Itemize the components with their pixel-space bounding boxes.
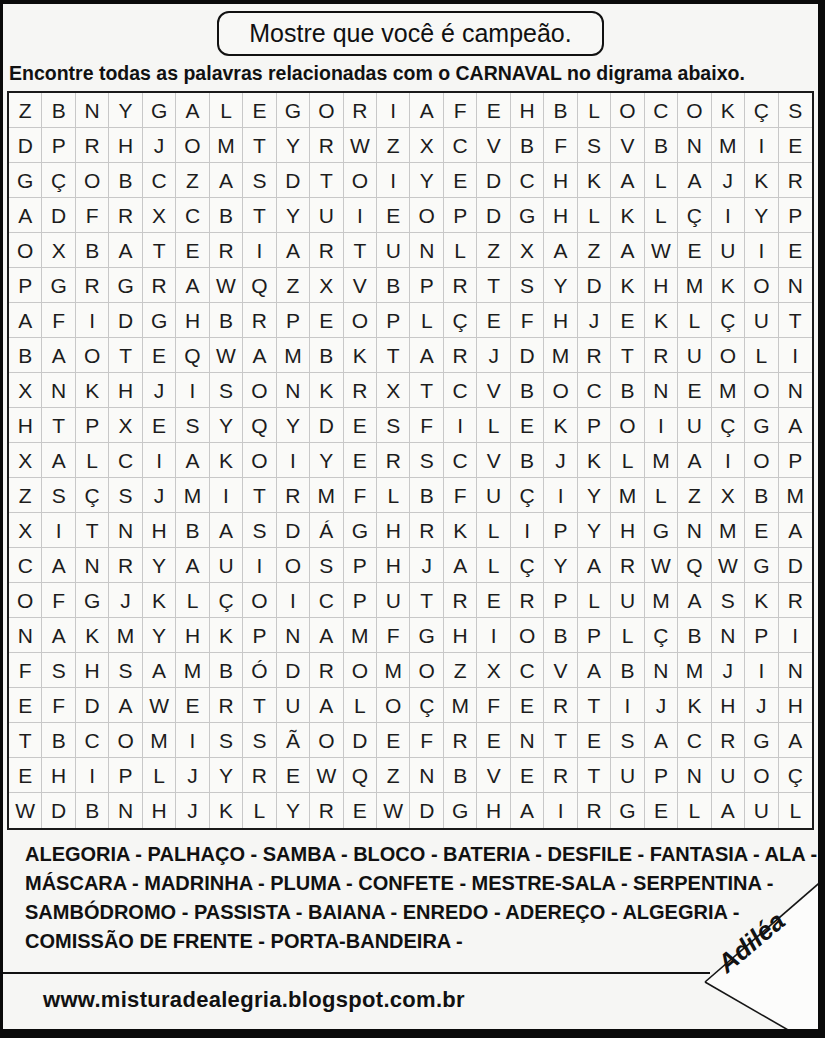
grid-cell[interactable]: A	[578, 548, 611, 583]
grid-cell[interactable]: G	[143, 303, 176, 338]
grid-cell[interactable]: T	[243, 128, 276, 163]
grid-cell[interactable]: J	[712, 163, 745, 198]
grid-cell[interactable]: D	[578, 268, 611, 303]
grid-cell[interactable]: A	[310, 618, 343, 653]
grid-cell[interactable]: R	[344, 373, 377, 408]
grid-cell[interactable]: R	[511, 583, 544, 618]
grid-cell[interactable]: T	[9, 723, 42, 758]
grid-cell[interactable]: H	[42, 758, 75, 793]
grid-cell[interactable]: E	[578, 723, 611, 758]
grid-cell[interactable]: S	[243, 723, 276, 758]
grid-cell[interactable]: K	[712, 93, 745, 128]
grid-cell[interactable]: E	[444, 163, 477, 198]
grid-cell[interactable]: F	[42, 583, 75, 618]
grid-cell[interactable]: I	[42, 513, 75, 548]
grid-cell[interactable]: G	[745, 723, 778, 758]
grid-cell[interactable]: Ã	[277, 723, 310, 758]
grid-cell[interactable]: R	[444, 723, 477, 758]
grid-cell[interactable]: A	[42, 548, 75, 583]
grid-cell[interactable]: X	[310, 268, 343, 303]
grid-cell[interactable]: O	[109, 723, 142, 758]
grid-cell[interactable]: R	[310, 128, 343, 163]
grid-cell[interactable]: H	[477, 793, 510, 828]
grid-cell[interactable]: O	[344, 653, 377, 688]
grid-cell[interactable]: C	[176, 198, 209, 233]
grid-cell[interactable]: R	[779, 583, 812, 618]
grid-cell[interactable]: Z	[377, 758, 410, 793]
grid-cell[interactable]: R	[444, 583, 477, 618]
grid-cell[interactable]: F	[42, 303, 75, 338]
grid-cell[interactable]: I	[544, 478, 577, 513]
grid-cell[interactable]: X	[9, 513, 42, 548]
grid-cell[interactable]: E	[176, 233, 209, 268]
grid-cell[interactable]: V	[544, 653, 577, 688]
grid-cell[interactable]: B	[544, 618, 577, 653]
grid-cell[interactable]: A	[176, 268, 209, 303]
grid-cell[interactable]: S	[578, 128, 611, 163]
grid-cell[interactable]: K	[544, 408, 577, 443]
grid-cell[interactable]: Y	[143, 548, 176, 583]
grid-cell[interactable]: E	[143, 338, 176, 373]
grid-cell[interactable]: F	[477, 688, 510, 723]
grid-cell[interactable]: A	[578, 653, 611, 688]
grid-cell[interactable]: T	[310, 163, 343, 198]
grid-cell[interactable]: A	[42, 443, 75, 478]
grid-cell[interactable]: T	[779, 303, 812, 338]
grid-cell[interactable]: C	[9, 548, 42, 583]
grid-cell[interactable]: E	[477, 303, 510, 338]
grid-cell[interactable]: B	[511, 128, 544, 163]
grid-cell[interactable]: L	[444, 233, 477, 268]
grid-cell[interactable]: B	[42, 93, 75, 128]
grid-cell[interactable]: Y	[544, 548, 577, 583]
grid-cell[interactable]: U	[678, 408, 711, 443]
grid-cell[interactable]: B	[210, 653, 243, 688]
grid-cell[interactable]: L	[477, 408, 510, 443]
grid-cell[interactable]: P	[444, 198, 477, 233]
grid-cell[interactable]: H	[444, 618, 477, 653]
grid-cell[interactable]: T	[42, 408, 75, 443]
grid-cell[interactable]: U	[611, 583, 644, 618]
grid-cell[interactable]: I	[544, 793, 577, 828]
grid-cell[interactable]: A	[779, 723, 812, 758]
grid-cell[interactable]: Ó	[243, 653, 276, 688]
grid-cell[interactable]: D	[76, 688, 109, 723]
grid-cell[interactable]: I	[712, 198, 745, 233]
grid-cell[interactable]: R	[779, 163, 812, 198]
grid-cell[interactable]: Z	[176, 163, 209, 198]
grid-cell[interactable]: E	[377, 198, 410, 233]
grid-cell[interactable]: S	[210, 373, 243, 408]
grid-cell[interactable]: E	[243, 93, 276, 128]
grid-cell[interactable]: C	[143, 163, 176, 198]
grid-cell[interactable]: A	[176, 548, 209, 583]
grid-cell[interactable]: J	[176, 758, 209, 793]
grid-cell[interactable]: K	[745, 583, 778, 618]
grid-cell[interactable]: H	[176, 303, 209, 338]
grid-cell[interactable]: D	[779, 548, 812, 583]
grid-cell[interactable]: P	[377, 303, 410, 338]
grid-cell[interactable]: R	[310, 653, 343, 688]
grid-cell[interactable]: P	[344, 548, 377, 583]
grid-cell[interactable]: E	[511, 688, 544, 723]
grid-cell[interactable]: I	[645, 408, 678, 443]
grid-cell[interactable]: D	[477, 163, 510, 198]
grid-cell[interactable]: O	[611, 93, 644, 128]
grid-cell[interactable]: H	[109, 373, 142, 408]
grid-cell[interactable]: Y	[210, 408, 243, 443]
grid-cell[interactable]: R	[243, 303, 276, 338]
grid-cell[interactable]: D	[42, 793, 75, 828]
grid-cell[interactable]: K	[210, 443, 243, 478]
grid-cell[interactable]: O	[344, 163, 377, 198]
grid-cell[interactable]: T	[76, 513, 109, 548]
grid-cell[interactable]: Ç	[511, 478, 544, 513]
grid-cell[interactable]: H	[377, 513, 410, 548]
grid-cell[interactable]: Z	[277, 268, 310, 303]
grid-cell[interactable]: Q	[243, 268, 276, 303]
grid-cell[interactable]: Y	[210, 758, 243, 793]
grid-cell[interactable]: J	[544, 443, 577, 478]
grid-cell[interactable]: D	[277, 653, 310, 688]
grid-cell[interactable]: M	[176, 478, 209, 513]
grid-cell[interactable]: L	[645, 478, 678, 513]
grid-cell[interactable]: M	[109, 618, 142, 653]
grid-cell[interactable]: I	[243, 548, 276, 583]
grid-cell[interactable]: C	[511, 163, 544, 198]
grid-cell[interactable]: V	[477, 128, 510, 163]
grid-cell[interactable]: I	[477, 618, 510, 653]
grid-cell[interactable]: O	[76, 338, 109, 373]
grid-cell[interactable]: T	[544, 723, 577, 758]
grid-cell[interactable]: U	[477, 478, 510, 513]
grid-cell[interactable]: Q	[243, 408, 276, 443]
grid-cell[interactable]: F	[42, 688, 75, 723]
grid-cell[interactable]: P	[344, 583, 377, 618]
grid-cell[interactable]: T	[243, 478, 276, 513]
grid-cell[interactable]: F	[76, 198, 109, 233]
grid-cell[interactable]: I	[377, 93, 410, 128]
grid-cell[interactable]: X	[377, 373, 410, 408]
grid-cell[interactable]: O	[678, 93, 711, 128]
grid-cell[interactable]: O	[544, 373, 577, 408]
grid-cell[interactable]: Z	[9, 93, 42, 128]
grid-cell[interactable]: L	[210, 93, 243, 128]
grid-cell[interactable]: R	[109, 548, 142, 583]
grid-cell[interactable]: Ç	[444, 303, 477, 338]
grid-cell[interactable]: O	[611, 408, 644, 443]
grid-cell[interactable]: I	[76, 303, 109, 338]
grid-cell[interactable]: K	[578, 163, 611, 198]
grid-cell[interactable]: B	[611, 373, 644, 408]
grid-cell[interactable]: L	[578, 198, 611, 233]
grid-cell[interactable]: L	[645, 198, 678, 233]
grid-cell[interactable]: Ç	[76, 478, 109, 513]
grid-cell[interactable]: Ç	[779, 758, 812, 793]
grid-cell[interactable]: A	[9, 303, 42, 338]
grid-cell[interactable]: I	[611, 688, 644, 723]
grid-cell[interactable]: B	[611, 653, 644, 688]
grid-cell[interactable]: D	[511, 338, 544, 373]
grid-cell[interactable]: P	[544, 583, 577, 618]
grid-cell[interactable]: R	[544, 758, 577, 793]
grid-cell[interactable]: G	[42, 268, 75, 303]
grid-cell[interactable]: G	[645, 513, 678, 548]
grid-cell[interactable]: B	[210, 198, 243, 233]
grid-cell[interactable]: C	[444, 443, 477, 478]
grid-cell[interactable]: G	[511, 198, 544, 233]
grid-cell[interactable]: T	[243, 688, 276, 723]
grid-cell[interactable]: M	[712, 373, 745, 408]
grid-cell[interactable]: E	[477, 723, 510, 758]
grid-cell[interactable]: J	[745, 688, 778, 723]
grid-cell[interactable]: P	[578, 618, 611, 653]
grid-cell[interactable]: E	[344, 443, 377, 478]
grid-cell[interactable]: T	[410, 583, 443, 618]
grid-cell[interactable]: F	[444, 93, 477, 128]
grid-cell[interactable]: Y	[109, 93, 142, 128]
grid-cell[interactable]: B	[678, 618, 711, 653]
grid-cell[interactable]: Ç	[410, 688, 443, 723]
grid-cell[interactable]: S	[210, 723, 243, 758]
grid-cell[interactable]: O	[511, 618, 544, 653]
grid-cell[interactable]: A	[410, 338, 443, 373]
grid-cell[interactable]: N	[76, 548, 109, 583]
grid-cell[interactable]: L	[477, 548, 510, 583]
grid-cell[interactable]: T	[578, 758, 611, 793]
grid-cell[interactable]: A	[678, 443, 711, 478]
grid-cell[interactable]: R	[578, 338, 611, 373]
grid-cell[interactable]: P	[578, 408, 611, 443]
grid-cell[interactable]: Z	[377, 128, 410, 163]
grid-cell[interactable]: I	[779, 338, 812, 373]
grid-cell[interactable]: P	[76, 408, 109, 443]
grid-cell[interactable]: A	[678, 163, 711, 198]
grid-cell[interactable]: R	[645, 338, 678, 373]
grid-cell[interactable]: K	[745, 163, 778, 198]
grid-cell[interactable]: H	[544, 163, 577, 198]
grid-cell[interactable]: P	[109, 758, 142, 793]
grid-cell[interactable]: R	[544, 688, 577, 723]
grid-cell[interactable]: D	[42, 198, 75, 233]
grid-cell[interactable]: A	[645, 723, 678, 758]
grid-cell[interactable]: K	[444, 513, 477, 548]
grid-cell[interactable]: G	[277, 93, 310, 128]
grid-cell[interactable]: O	[243, 373, 276, 408]
grid-cell[interactable]: W	[344, 128, 377, 163]
grid-cell[interactable]: U	[712, 233, 745, 268]
grid-cell[interactable]: R	[109, 198, 142, 233]
grid-cell[interactable]: J	[176, 793, 209, 828]
grid-cell[interactable]: I	[377, 163, 410, 198]
grid-cell[interactable]: D	[477, 198, 510, 233]
grid-cell[interactable]: L	[678, 793, 711, 828]
grid-cell[interactable]: L	[377, 478, 410, 513]
grid-cell[interactable]: E	[745, 513, 778, 548]
grid-cell[interactable]: T	[410, 373, 443, 408]
grid-cell[interactable]: B	[310, 338, 343, 373]
grid-cell[interactable]: O	[745, 268, 778, 303]
grid-cell[interactable]: U	[310, 198, 343, 233]
grid-cell[interactable]: R	[143, 268, 176, 303]
grid-cell[interactable]: Y	[310, 443, 343, 478]
grid-cell[interactable]: X	[410, 128, 443, 163]
grid-cell[interactable]: Y	[277, 198, 310, 233]
grid-cell[interactable]: T	[109, 338, 142, 373]
grid-cell[interactable]: B	[76, 233, 109, 268]
grid-cell[interactable]: J	[143, 128, 176, 163]
grid-cell[interactable]: U	[377, 583, 410, 618]
grid-cell[interactable]: L	[611, 618, 644, 653]
grid-cell[interactable]: A	[9, 198, 42, 233]
grid-cell[interactable]: E	[9, 758, 42, 793]
grid-cell[interactable]: N	[277, 618, 310, 653]
grid-cell[interactable]: E	[477, 583, 510, 618]
grid-cell[interactable]: N	[678, 513, 711, 548]
grid-cell[interactable]: L	[143, 758, 176, 793]
grid-cell[interactable]: E	[611, 303, 644, 338]
grid-cell[interactable]: F	[377, 618, 410, 653]
grid-cell[interactable]: S	[611, 723, 644, 758]
grid-cell[interactable]: L	[745, 338, 778, 373]
grid-cell[interactable]: D	[277, 513, 310, 548]
grid-cell[interactable]: I	[210, 478, 243, 513]
grid-cell[interactable]: N	[109, 793, 142, 828]
grid-cell[interactable]: S	[176, 408, 209, 443]
grid-cell[interactable]: Ç	[645, 618, 678, 653]
grid-cell[interactable]: S	[511, 268, 544, 303]
grid-cell[interactable]: U	[712, 758, 745, 793]
grid-cell[interactable]: A	[143, 653, 176, 688]
grid-cell[interactable]: O	[745, 373, 778, 408]
grid-cell[interactable]: K	[143, 583, 176, 618]
grid-cell[interactable]: J	[143, 478, 176, 513]
grid-cell[interactable]: O	[9, 583, 42, 618]
grid-cell[interactable]: H	[9, 408, 42, 443]
grid-cell[interactable]: P	[645, 758, 678, 793]
grid-cell[interactable]: L	[779, 793, 812, 828]
grid-cell[interactable]: E	[511, 758, 544, 793]
grid-cell[interactable]: T	[578, 688, 611, 723]
grid-cell[interactable]: C	[444, 128, 477, 163]
grid-cell[interactable]: H	[611, 513, 644, 548]
grid-cell[interactable]: U	[745, 793, 778, 828]
grid-cell[interactable]: N	[779, 373, 812, 408]
grid-cell[interactable]: I	[779, 618, 812, 653]
grid-cell[interactable]: Ç	[745, 93, 778, 128]
grid-cell[interactable]: P	[779, 198, 812, 233]
grid-cell[interactable]: K	[611, 198, 644, 233]
grid-cell[interactable]: A	[42, 338, 75, 373]
grid-cell[interactable]: B	[511, 443, 544, 478]
grid-cell[interactable]: P	[42, 128, 75, 163]
grid-cell[interactable]: M	[678, 653, 711, 688]
grid-cell[interactable]: M	[678, 268, 711, 303]
grid-cell[interactable]: J	[712, 653, 745, 688]
grid-cell[interactable]: S	[243, 513, 276, 548]
grid-cell[interactable]: M	[210, 128, 243, 163]
grid-cell[interactable]: M	[377, 653, 410, 688]
grid-cell[interactable]: H	[143, 513, 176, 548]
grid-cell[interactable]: K	[210, 618, 243, 653]
grid-cell[interactable]: J	[477, 338, 510, 373]
grid-cell[interactable]: X	[143, 198, 176, 233]
grid-cell[interactable]: E	[477, 93, 510, 128]
grid-cell[interactable]: N	[779, 268, 812, 303]
grid-cell[interactable]: M	[444, 688, 477, 723]
grid-cell[interactable]: Ç	[210, 583, 243, 618]
grid-cell[interactable]: S	[712, 583, 745, 618]
grid-cell[interactable]: T	[611, 338, 644, 373]
grid-cell[interactable]: S	[410, 443, 443, 478]
grid-cell[interactable]: A	[109, 688, 142, 723]
grid-cell[interactable]: I	[344, 198, 377, 233]
grid-cell[interactable]: U	[377, 233, 410, 268]
grid-cell[interactable]: F	[410, 723, 443, 758]
grid-cell[interactable]: R	[243, 758, 276, 793]
grid-cell[interactable]: M	[176, 653, 209, 688]
grid-cell[interactable]: U	[210, 548, 243, 583]
grid-cell[interactable]: I	[176, 373, 209, 408]
grid-cell[interactable]: E	[9, 688, 42, 723]
grid-cell[interactable]: H	[544, 303, 577, 338]
grid-cell[interactable]: Y	[410, 163, 443, 198]
grid-cell[interactable]: W	[645, 548, 678, 583]
grid-cell[interactable]: W	[210, 268, 243, 303]
grid-cell[interactable]: A	[109, 233, 142, 268]
grid-cell[interactable]: C	[578, 373, 611, 408]
grid-cell[interactable]: C	[678, 723, 711, 758]
grid-cell[interactable]: M	[277, 338, 310, 373]
grid-cell[interactable]: Y	[277, 128, 310, 163]
grid-cell[interactable]: K	[645, 303, 678, 338]
grid-cell[interactable]: S	[310, 548, 343, 583]
grid-cell[interactable]: P	[779, 443, 812, 478]
grid-cell[interactable]: N	[712, 618, 745, 653]
grid-cell[interactable]: E	[678, 233, 711, 268]
grid-cell[interactable]: G	[611, 793, 644, 828]
grid-cell[interactable]: Ç	[511, 548, 544, 583]
grid-cell[interactable]: H	[511, 93, 544, 128]
grid-cell[interactable]: L	[344, 688, 377, 723]
grid-cell[interactable]: O	[410, 198, 443, 233]
grid-cell[interactable]: R	[410, 513, 443, 548]
grid-cell[interactable]: B	[745, 478, 778, 513]
grid-cell[interactable]: B	[42, 723, 75, 758]
grid-cell[interactable]: I	[143, 443, 176, 478]
grid-cell[interactable]: A	[176, 443, 209, 478]
grid-cell[interactable]: O	[377, 688, 410, 723]
grid-cell[interactable]: H	[779, 688, 812, 723]
grid-cell[interactable]: B	[544, 93, 577, 128]
grid-cell[interactable]: L	[645, 163, 678, 198]
grid-cell[interactable]: K	[344, 338, 377, 373]
grid-cell[interactable]: E	[678, 373, 711, 408]
grid-cell[interactable]: I	[511, 513, 544, 548]
grid-cell[interactable]: B	[410, 478, 443, 513]
grid-cell[interactable]: G	[109, 268, 142, 303]
grid-cell[interactable]: L	[578, 93, 611, 128]
grid-cell[interactable]: A	[410, 93, 443, 128]
grid-cell[interactable]: I	[243, 233, 276, 268]
grid-cell[interactable]: I	[444, 408, 477, 443]
grid-cell[interactable]: Y	[578, 478, 611, 513]
grid-cell[interactable]: Ç	[712, 303, 745, 338]
grid-cell[interactable]: H	[377, 548, 410, 583]
grid-cell[interactable]: A	[511, 793, 544, 828]
grid-cell[interactable]: K	[678, 688, 711, 723]
grid-cell[interactable]: X	[109, 408, 142, 443]
